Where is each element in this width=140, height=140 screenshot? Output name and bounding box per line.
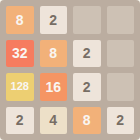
tile-8: 8 [40,40,68,68]
tile-4: 4 [40,107,68,135]
empty-cell [107,73,135,101]
board-2048[interactable]: 8232821281622482 [0,0,140,140]
tile-2: 2 [73,40,101,68]
tile-128: 128 [6,73,34,101]
tile-2: 2 [6,107,34,135]
tile-32: 32 [6,40,34,68]
tile-8: 8 [73,107,101,135]
empty-cell [107,6,135,34]
tile-2: 2 [40,6,68,34]
tile-2: 2 [107,107,135,135]
tile-16: 16 [40,73,68,101]
empty-cell [73,6,101,34]
empty-cell [107,40,135,68]
tile-2: 2 [73,73,101,101]
tile-8: 8 [6,6,34,34]
